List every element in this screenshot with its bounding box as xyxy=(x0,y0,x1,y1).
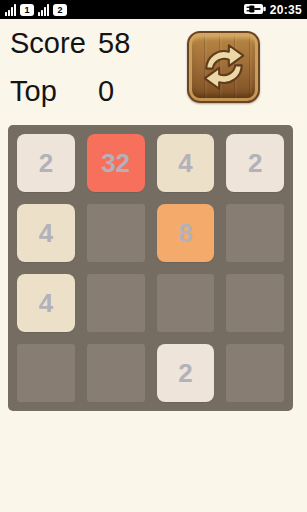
tile-4: 4 xyxy=(17,274,75,332)
signal-bars-icon xyxy=(38,4,49,16)
empty-cell xyxy=(17,344,75,402)
tile-8: 8 xyxy=(157,204,215,262)
app-screen: 1 2 20:35 Score xyxy=(0,0,307,512)
empty-cell xyxy=(157,274,215,332)
empty-cell xyxy=(87,344,145,402)
status-bar-right: 20:35 xyxy=(244,1,302,19)
empty-cell xyxy=(226,344,284,402)
tile-2: 2 xyxy=(17,134,75,192)
top-label: Top xyxy=(10,75,98,107)
tile-2: 2 xyxy=(226,134,284,192)
score-value: 58 xyxy=(98,27,130,59)
tile-4: 4 xyxy=(17,204,75,262)
battery-charging-icon xyxy=(244,1,266,19)
top-value: 0 xyxy=(98,75,114,107)
status-bar-left: 1 2 xyxy=(5,4,67,16)
tile-4: 4 xyxy=(157,134,215,192)
board[interactable]: 232424842 xyxy=(8,125,293,411)
tile-32: 32 xyxy=(87,134,145,192)
empty-cell xyxy=(226,274,284,332)
signal-bars-icon xyxy=(5,4,16,16)
sim2-badge: 2 xyxy=(53,4,67,16)
empty-cell xyxy=(87,274,145,332)
empty-cell xyxy=(87,204,145,262)
score-row: Score 58 xyxy=(10,27,130,59)
score-label: Score xyxy=(10,27,98,59)
restart-button[interactable] xyxy=(187,31,260,103)
top-score-row: Top 0 xyxy=(10,75,114,107)
tile-2: 2 xyxy=(157,344,215,402)
status-bar: 1 2 20:35 xyxy=(0,0,307,19)
empty-cell xyxy=(226,204,284,262)
clock-text: 20:35 xyxy=(270,3,302,17)
sim1-badge: 1 xyxy=(20,4,34,16)
refresh-arrows-icon xyxy=(195,38,253,96)
